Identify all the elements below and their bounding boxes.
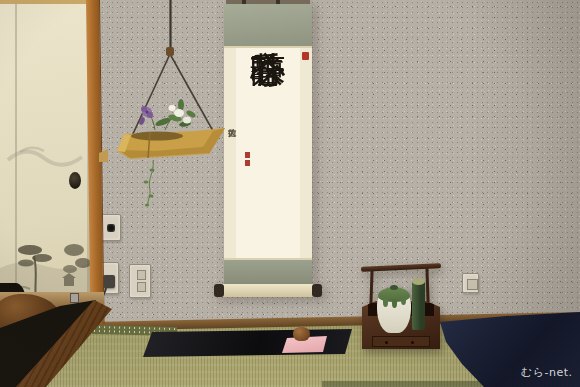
white-glazed-jar (377, 289, 411, 333)
trailing-vine (144, 160, 155, 207)
cord-knot-ornament (166, 47, 174, 56)
watermark-text: むら-net. (521, 365, 573, 380)
calligraphy-char-5: 香 (251, 53, 286, 88)
box-handle-bar (361, 263, 441, 271)
red-seal-signature (245, 160, 250, 166)
fusuma-handle-recess[interactable] (69, 172, 81, 189)
jar-green-lid (378, 287, 410, 302)
box-drawer[interactable] (372, 336, 430, 347)
tatami-border-bottom (322, 381, 497, 387)
box-handle-post-left (369, 269, 373, 305)
scroll-mount-bottom (224, 258, 312, 284)
wall-shadow (470, 0, 580, 330)
red-seal-signature (245, 152, 250, 158)
tea-sweet (293, 327, 310, 341)
red-seal-top (302, 52, 309, 60)
metal-fitting (70, 293, 79, 303)
green-bamboo-tube (412, 281, 425, 330)
hanging-vase-assembly (95, 0, 240, 215)
outlet-left-wall[interactable] (129, 264, 151, 298)
box-handle-post-right (425, 267, 429, 303)
outlet-right-wall[interactable] (462, 273, 479, 293)
scroll-roller-knob-right (312, 284, 322, 297)
scroll-roller-knob-left (214, 284, 224, 297)
scroll-roller (216, 284, 320, 297)
ink-landscape-painting (0, 0, 91, 316)
lintel-rail (0, 0, 88, 4)
fusuma-door (0, 0, 91, 316)
wooden-carry-box (362, 265, 440, 349)
tea-room-photo: 心 静 茶 味 香 前大徳 (0, 0, 580, 387)
